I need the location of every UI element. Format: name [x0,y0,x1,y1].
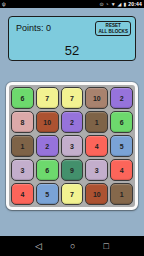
usb-debug-icon: ψ [2,0,6,8]
battery-icon: ▮ [123,0,126,8]
block-grid: 6771028102161234536934457101 [9,85,135,207]
game-board: 6771028102161234536934457101 [6,82,138,210]
back-icon[interactable]: ◁ [35,236,42,256]
data-saver-icon: ⊙ [99,0,103,8]
block-tile-r2c3[interactable]: 2 [61,111,84,133]
home-icon[interactable]: ○ [70,236,75,256]
block-tile-r3c5[interactable]: 5 [110,135,133,157]
status-bar: ψ ⊙ ◔ ▼ ◢ ▮ 20:44 [0,0,144,8]
current-block-value: 52 [9,43,135,58]
reset-button-line1: RESET [106,23,121,28]
block-tile-r2c5[interactable]: 6 [110,111,133,133]
block-tile-r2c4[interactable]: 1 [85,111,108,133]
android-nav-bar: ◁ ○ □ [0,236,144,256]
block-tile-r1c3[interactable]: 7 [61,87,84,109]
block-tile-r2c1[interactable]: 8 [11,111,34,133]
block-tile-r1c1[interactable]: 6 [11,87,34,109]
signal-icon: ◢ [118,0,122,8]
score-panel: Points: 0 RESET ALL BLOCKS 52 [8,16,136,61]
block-tile-r4c5[interactable]: 4 [110,159,133,181]
recents-icon[interactable]: □ [103,236,108,256]
block-tile-r3c3[interactable]: 3 [61,135,84,157]
block-tile-r5c4[interactable]: 10 [85,183,108,205]
block-tile-r1c5[interactable]: 2 [110,87,133,109]
block-tile-r5c1[interactable]: 4 [11,183,34,205]
block-tile-r5c5[interactable]: 1 [110,183,133,205]
alarm-icon: ◔ [106,0,109,8]
reset-all-blocks-button[interactable]: RESET ALL BLOCKS [95,21,131,36]
block-tile-r4c2[interactable]: 6 [36,159,59,181]
block-tile-r4c1[interactable]: 3 [11,159,34,181]
block-tile-r5c2[interactable]: 5 [36,183,59,205]
block-tile-r5c3[interactable]: 7 [61,183,84,205]
reset-button-line2: ALL BLOCKS [98,29,128,34]
block-tile-r2c2[interactable]: 10 [36,111,59,133]
clock-text: 20:44 [128,0,142,8]
wifi-icon: ▼ [111,0,116,8]
block-tile-r4c4[interactable]: 3 [85,159,108,181]
block-tile-r1c2[interactable]: 7 [36,87,59,109]
block-tile-r4c3[interactable]: 9 [61,159,84,181]
block-tile-r3c2[interactable]: 2 [36,135,59,157]
block-tile-r3c1[interactable]: 1 [11,135,34,157]
points-label: Points: 0 [16,23,51,33]
block-tile-r1c4[interactable]: 10 [85,87,108,109]
block-tile-r3c4[interactable]: 4 [85,135,108,157]
